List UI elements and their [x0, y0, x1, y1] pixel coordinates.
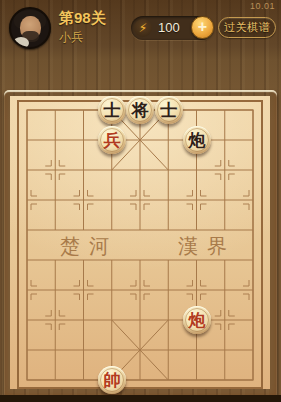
piece-red-general[interactable]: 帥: [98, 366, 126, 394]
piece-black-general[interactable]: 将: [126, 96, 154, 124]
bottom-edge-shadow: [0, 395, 281, 402]
avatar-collar: [13, 37, 29, 49]
add-energy-button[interactable]: +: [191, 16, 214, 39]
lightning-icon: ⚡: [134, 19, 152, 37]
clock-time: 10.01: [250, 1, 275, 11]
rank-label: 小兵: [59, 29, 83, 46]
piece-black-cannon[interactable]: 炮: [183, 126, 211, 154]
energy-value: 100: [158, 20, 180, 35]
avatar[interactable]: [9, 7, 51, 49]
pieces-layer: 士将士兵炮炮帥: [13, 95, 268, 395]
piece-red-pawn[interactable]: 兵: [98, 126, 126, 154]
piece-black-advisor-left[interactable]: 士: [98, 96, 126, 124]
solution-button[interactable]: 过关棋谱: [218, 17, 276, 38]
piece-red-cannon[interactable]: 炮: [183, 306, 211, 334]
piece-black-advisor-right[interactable]: 士: [155, 96, 183, 124]
level-label: 第98关: [59, 9, 106, 28]
top-bar: 10.01 第98关 小兵 ⚡ 100 + 过关棋谱: [0, 0, 281, 60]
